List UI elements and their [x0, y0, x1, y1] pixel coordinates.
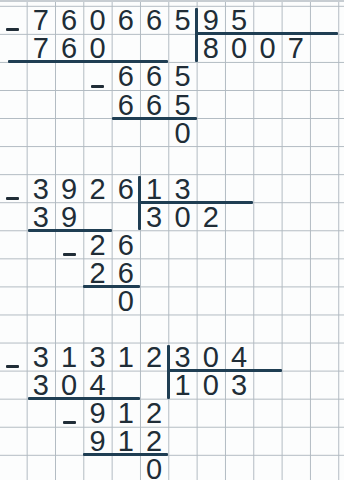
- digit-cell: 1: [112, 427, 140, 455]
- digit-cell: 3: [225, 371, 253, 399]
- digit-cell: 1: [112, 399, 140, 427]
- digit-cell: 2: [83, 258, 111, 286]
- digit-cell: 9: [55, 202, 83, 230]
- digit-cell: 1: [140, 174, 168, 202]
- digit-cell: 9: [83, 427, 111, 455]
- digit-cell: 2: [140, 343, 168, 371]
- digit-cell: 3: [27, 202, 55, 230]
- digit-cell: 0: [197, 371, 225, 399]
- digit-cell: 2: [140, 399, 168, 427]
- digit-cell: 0: [197, 343, 225, 371]
- digit-cell: 6: [140, 62, 168, 90]
- minus-sign: [6, 28, 19, 31]
- digit-cell: 6: [112, 6, 140, 34]
- digit-cell: 5: [168, 6, 196, 34]
- digit-cell: 1: [112, 343, 140, 371]
- digit-cell: 6: [55, 6, 83, 34]
- digit-cell: 9: [55, 174, 83, 202]
- minus-sign: [6, 197, 19, 200]
- digit-cell: 2: [197, 202, 225, 230]
- digit-cell: 9: [197, 6, 225, 34]
- subtraction-underline: [8, 60, 168, 63]
- digit-cell: 7: [27, 6, 55, 34]
- digit-cell: 0: [83, 6, 111, 34]
- division-bracket-horizontal-line: [197, 32, 339, 35]
- digit-cell: 4: [225, 343, 253, 371]
- digit-cell: 3: [168, 343, 196, 371]
- digit-cell: 6: [140, 90, 168, 118]
- digit-cell: 3: [27, 371, 55, 399]
- digit-cell: 0: [112, 287, 140, 315]
- digit-cell: 6: [140, 6, 168, 34]
- subtraction-underline: [28, 229, 112, 232]
- digit-cell: 9: [83, 399, 111, 427]
- digit-cell: 2: [83, 174, 111, 202]
- digit-cell: 0: [83, 34, 111, 62]
- digit-cell: 5: [168, 62, 196, 90]
- digit-cell: 6: [112, 258, 140, 286]
- digit-cell: 1: [55, 343, 83, 371]
- division-bracket-horizontal-line: [168, 369, 281, 372]
- subtraction-underline: [83, 453, 168, 456]
- subtraction-underline: [83, 285, 140, 288]
- digit-cell: 0: [168, 118, 196, 146]
- minus-sign: [63, 253, 76, 256]
- subtraction-underline: [112, 117, 197, 120]
- digit-cell: 0: [253, 34, 281, 62]
- digit-cell: 3: [27, 174, 55, 202]
- digit-cell: 3: [168, 174, 196, 202]
- digit-cell: 5: [225, 6, 253, 34]
- digit-cell: 5: [168, 90, 196, 118]
- subtraction-underline: [28, 397, 140, 400]
- digit-cell: 7: [27, 34, 55, 62]
- minus-sign: [6, 365, 19, 368]
- digit-cell: 6: [112, 62, 140, 90]
- digit-cell: 6: [112, 230, 140, 258]
- top-edge-grid-line: [0, 0, 344, 2]
- digit-cell: 3: [83, 343, 111, 371]
- digit-cell: 0: [225, 34, 253, 62]
- digit-cell: 6: [112, 174, 140, 202]
- minus-sign: [91, 85, 104, 88]
- digit-cell: 4: [83, 371, 111, 399]
- digit-cell: 2: [140, 427, 168, 455]
- digit-cell: 3: [140, 202, 168, 230]
- digit-cell: 6: [55, 34, 83, 62]
- digit-cell: 2: [83, 230, 111, 258]
- digit-cell: 0: [55, 371, 83, 399]
- digit-cell: 0: [168, 202, 196, 230]
- digit-cell: 6: [112, 90, 140, 118]
- division-bracket-horizontal-line: [140, 201, 253, 204]
- graph-paper-worksheet: 7606659576080076656650392613393022626031…: [0, 0, 344, 480]
- digit-cell: 7: [282, 34, 310, 62]
- minus-sign: [63, 421, 76, 424]
- digit-cell: 0: [140, 455, 168, 480]
- digit-cell: 8: [197, 34, 225, 62]
- digit-cell: 1: [168, 371, 196, 399]
- digit-cell: 3: [27, 343, 55, 371]
